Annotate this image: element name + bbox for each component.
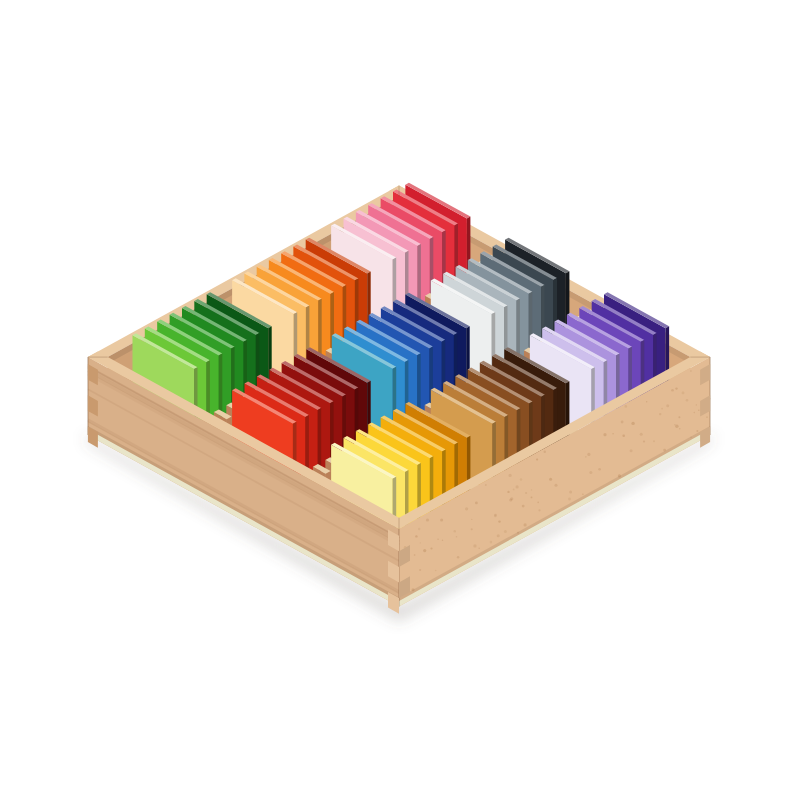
color-box-photo — [0, 0, 800, 800]
product-photo — [0, 0, 800, 800]
